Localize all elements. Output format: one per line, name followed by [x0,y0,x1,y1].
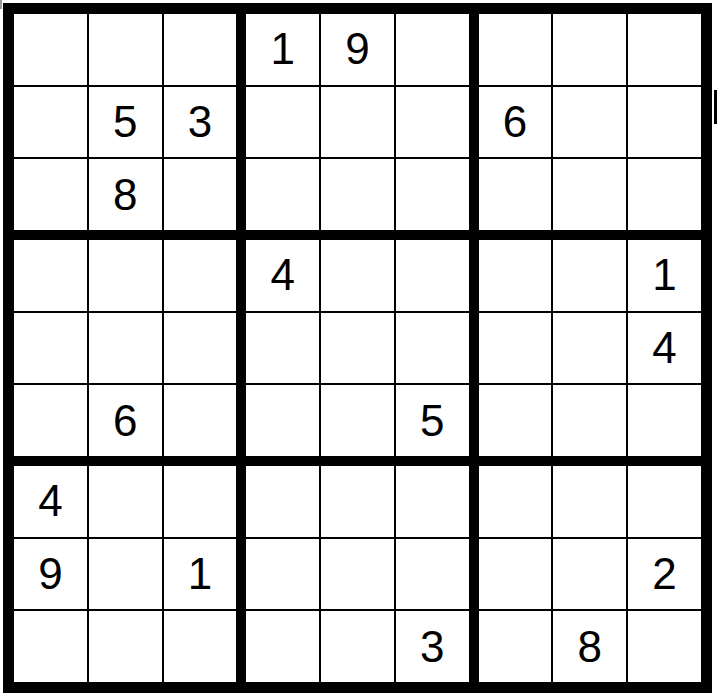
cell-r5c2[interactable] [89,313,162,384]
cell-r2c7[interactable]: 6 [479,87,552,158]
cell-r8c6[interactable] [396,539,469,610]
cell-r9c5[interactable] [321,611,394,682]
cell-r2c2[interactable]: 5 [89,87,162,158]
cell-r4c7[interactable] [479,240,552,311]
box-2-2: 45 [246,240,468,456]
cell-r7c7[interactable] [479,466,552,537]
cell-r5c8[interactable] [553,313,626,384]
cell-r3c2[interactable]: 8 [89,159,162,230]
cell-r4c4[interactable]: 4 [246,240,319,311]
cell-r3c8[interactable] [553,159,626,230]
cell-r6c4[interactable] [246,385,319,456]
sudoku-board: 53819664514491328 [3,3,712,693]
cell-r7c2[interactable] [89,466,162,537]
cell-r8c5[interactable] [321,539,394,610]
cell-r2c8[interactable] [553,87,626,158]
cell-r2c3[interactable]: 3 [164,87,237,158]
cell-r3c5[interactable] [321,159,394,230]
cell-r3c6[interactable] [396,159,469,230]
cell-r6c7[interactable] [479,385,552,456]
cell-r6c9[interactable] [628,385,701,456]
cell-r8c9[interactable]: 2 [628,539,701,610]
cell-r2c6[interactable] [396,87,469,158]
cell-r6c2[interactable]: 6 [89,385,162,456]
cell-r7c1[interactable]: 4 [14,466,87,537]
cell-r2c4[interactable] [246,87,319,158]
cell-r6c1[interactable] [14,385,87,456]
cell-r4c5[interactable] [321,240,394,311]
cell-r9c7[interactable] [479,611,552,682]
cell-r1c5[interactable]: 9 [321,14,394,85]
cell-r1c9[interactable] [628,14,701,85]
cell-r7c5[interactable] [321,466,394,537]
cell-r3c1[interactable] [14,159,87,230]
cell-r5c7[interactable] [479,313,552,384]
cell-r2c9[interactable] [628,87,701,158]
cell-r2c1[interactable] [14,87,87,158]
cell-r8c3[interactable]: 1 [164,539,237,610]
cell-r4c9[interactable]: 1 [628,240,701,311]
cell-r4c8[interactable] [553,240,626,311]
top-left-artifact [0,0,2,9]
cell-r5c6[interactable] [396,313,469,384]
cell-r3c9[interactable] [628,159,701,230]
box-1-1: 538 [14,14,236,230]
cell-r1c8[interactable] [553,14,626,85]
box-1-2: 19 [246,14,468,230]
cell-r9c2[interactable] [89,611,162,682]
cell-r8c7[interactable] [479,539,552,610]
cell-r5c1[interactable] [14,313,87,384]
box-3-1: 491 [14,466,236,682]
cell-r9c6[interactable]: 3 [396,611,469,682]
cell-r4c3[interactable] [164,240,237,311]
box-3-2: 3 [246,466,468,682]
cell-r2c5[interactable] [321,87,394,158]
cell-r5c3[interactable] [164,313,237,384]
cell-r1c7[interactable] [479,14,552,85]
cell-r9c1[interactable] [14,611,87,682]
cell-r9c4[interactable] [246,611,319,682]
box-1-3: 6 [479,14,701,230]
cell-r1c6[interactable] [396,14,469,85]
cell-r9c3[interactable] [164,611,237,682]
cell-r7c9[interactable] [628,466,701,537]
cell-r1c3[interactable] [164,14,237,85]
cell-r9c8[interactable]: 8 [553,611,626,682]
cell-r9c9[interactable] [628,611,701,682]
cell-r3c4[interactable] [246,159,319,230]
cell-r1c4[interactable]: 1 [246,14,319,85]
cell-r6c3[interactable] [164,385,237,456]
cell-r3c3[interactable] [164,159,237,230]
cell-r4c1[interactable] [14,240,87,311]
cell-r6c6[interactable]: 5 [396,385,469,456]
cell-r3c7[interactable] [479,159,552,230]
cell-r7c3[interactable] [164,466,237,537]
box-2-3: 14 [479,240,701,456]
cell-r7c8[interactable] [553,466,626,537]
box-2-1: 6 [14,240,236,456]
cell-r4c2[interactable] [89,240,162,311]
cell-r6c5[interactable] [321,385,394,456]
cell-r5c9[interactable]: 4 [628,313,701,384]
cell-r8c2[interactable] [89,539,162,610]
cell-r8c1[interactable]: 9 [14,539,87,610]
cell-r7c6[interactable] [396,466,469,537]
cell-r4c6[interactable] [396,240,469,311]
cell-r6c8[interactable] [553,385,626,456]
cell-r1c2[interactable] [89,14,162,85]
box-3-3: 28 [479,466,701,682]
cell-r8c4[interactable] [246,539,319,610]
cell-r8c8[interactable] [553,539,626,610]
cell-r1c1[interactable] [14,14,87,85]
cell-r7c4[interactable] [246,466,319,537]
cell-r5c4[interactable] [246,313,319,384]
cell-r5c5[interactable] [321,313,394,384]
